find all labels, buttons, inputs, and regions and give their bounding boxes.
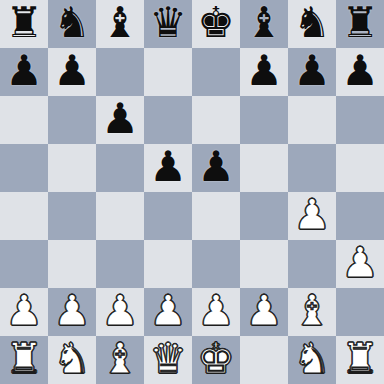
square-c5[interactable] bbox=[96, 144, 144, 192]
square-f3[interactable] bbox=[240, 240, 288, 288]
piece-black-knight[interactable]: ♞ bbox=[53, 0, 91, 47]
square-h2[interactable] bbox=[336, 288, 384, 336]
piece-white-pawn[interactable]: ♟ bbox=[245, 287, 283, 335]
square-h7[interactable]: ♟ bbox=[336, 48, 384, 96]
square-g6[interactable] bbox=[288, 96, 336, 144]
square-b3[interactable] bbox=[48, 240, 96, 288]
square-b1[interactable]: ♞ bbox=[48, 336, 96, 384]
piece-black-pawn[interactable]: ♟ bbox=[5, 47, 43, 95]
square-d5[interactable]: ♟ bbox=[144, 144, 192, 192]
square-g1[interactable]: ♞ bbox=[288, 336, 336, 384]
piece-white-rook[interactable]: ♜ bbox=[5, 335, 43, 383]
square-e3[interactable] bbox=[192, 240, 240, 288]
square-d1[interactable]: ♛ bbox=[144, 336, 192, 384]
piece-white-knight[interactable]: ♞ bbox=[53, 335, 91, 383]
square-e5[interactable]: ♟ bbox=[192, 144, 240, 192]
piece-white-rook[interactable]: ♜ bbox=[341, 335, 379, 383]
square-d2[interactable]: ♟ bbox=[144, 288, 192, 336]
square-e6[interactable] bbox=[192, 96, 240, 144]
piece-white-bishop[interactable]: ♝ bbox=[293, 287, 331, 335]
square-e1[interactable]: ♚ bbox=[192, 336, 240, 384]
square-g2[interactable]: ♝ bbox=[288, 288, 336, 336]
square-f4[interactable] bbox=[240, 192, 288, 240]
piece-black-pawn[interactable]: ♟ bbox=[197, 143, 235, 191]
square-a1[interactable]: ♜ bbox=[0, 336, 48, 384]
piece-white-queen[interactable]: ♛ bbox=[149, 335, 187, 383]
piece-black-pawn[interactable]: ♟ bbox=[149, 143, 187, 191]
square-a2[interactable]: ♟ bbox=[0, 288, 48, 336]
square-g7[interactable]: ♟ bbox=[288, 48, 336, 96]
piece-black-pawn[interactable]: ♟ bbox=[341, 47, 379, 95]
square-g5[interactable] bbox=[288, 144, 336, 192]
square-c3[interactable] bbox=[96, 240, 144, 288]
square-g4[interactable]: ♟ bbox=[288, 192, 336, 240]
square-e2[interactable]: ♟ bbox=[192, 288, 240, 336]
square-a5[interactable] bbox=[0, 144, 48, 192]
square-f1[interactable] bbox=[240, 336, 288, 384]
piece-white-pawn[interactable]: ♟ bbox=[341, 239, 379, 287]
piece-black-pawn[interactable]: ♟ bbox=[53, 47, 91, 95]
square-h8[interactable]: ♜ bbox=[336, 0, 384, 48]
square-f6[interactable] bbox=[240, 96, 288, 144]
square-d6[interactable] bbox=[144, 96, 192, 144]
square-h4[interactable] bbox=[336, 192, 384, 240]
square-d4[interactable] bbox=[144, 192, 192, 240]
square-e8[interactable]: ♚ bbox=[192, 0, 240, 48]
square-a7[interactable]: ♟ bbox=[0, 48, 48, 96]
piece-white-pawn[interactable]: ♟ bbox=[101, 287, 139, 335]
square-f5[interactable] bbox=[240, 144, 288, 192]
piece-black-bishop[interactable]: ♝ bbox=[101, 0, 139, 47]
square-a8[interactable]: ♜ bbox=[0, 0, 48, 48]
piece-white-knight[interactable]: ♞ bbox=[293, 335, 331, 383]
square-h3[interactable]: ♟ bbox=[336, 240, 384, 288]
square-b6[interactable] bbox=[48, 96, 96, 144]
square-c6[interactable]: ♟ bbox=[96, 96, 144, 144]
square-f7[interactable]: ♟ bbox=[240, 48, 288, 96]
square-e4[interactable] bbox=[192, 192, 240, 240]
square-a6[interactable] bbox=[0, 96, 48, 144]
piece-black-pawn[interactable]: ♟ bbox=[245, 47, 283, 95]
square-b2[interactable]: ♟ bbox=[48, 288, 96, 336]
piece-black-knight[interactable]: ♞ bbox=[293, 0, 331, 47]
square-c7[interactable] bbox=[96, 48, 144, 96]
piece-black-bishop[interactable]: ♝ bbox=[245, 0, 283, 47]
piece-black-rook[interactable]: ♜ bbox=[5, 0, 43, 47]
piece-white-bishop[interactable]: ♝ bbox=[101, 335, 139, 383]
square-b5[interactable] bbox=[48, 144, 96, 192]
piece-black-pawn[interactable]: ♟ bbox=[293, 47, 331, 95]
chess-board: ♜♞♝♛♚♝♞♜♟♟♟♟♟♟♟♟♟♟♟♟♟♟♟♟♝♜♞♝♛♚♞♜ bbox=[0, 0, 384, 384]
square-g3[interactable] bbox=[288, 240, 336, 288]
piece-white-pawn[interactable]: ♟ bbox=[293, 191, 331, 239]
square-h1[interactable]: ♜ bbox=[336, 336, 384, 384]
square-a4[interactable] bbox=[0, 192, 48, 240]
square-e7[interactable] bbox=[192, 48, 240, 96]
square-g8[interactable]: ♞ bbox=[288, 0, 336, 48]
square-h5[interactable] bbox=[336, 144, 384, 192]
square-c1[interactable]: ♝ bbox=[96, 336, 144, 384]
piece-white-king[interactable]: ♚ bbox=[197, 335, 235, 383]
piece-white-pawn[interactable]: ♟ bbox=[149, 287, 187, 335]
square-c8[interactable]: ♝ bbox=[96, 0, 144, 48]
piece-black-queen[interactable]: ♛ bbox=[149, 0, 187, 47]
square-b4[interactable] bbox=[48, 192, 96, 240]
square-c2[interactable]: ♟ bbox=[96, 288, 144, 336]
piece-white-pawn[interactable]: ♟ bbox=[5, 287, 43, 335]
piece-black-rook[interactable]: ♜ bbox=[341, 0, 379, 47]
square-b8[interactable]: ♞ bbox=[48, 0, 96, 48]
square-h6[interactable] bbox=[336, 96, 384, 144]
square-d7[interactable] bbox=[144, 48, 192, 96]
piece-white-pawn[interactable]: ♟ bbox=[197, 287, 235, 335]
square-d8[interactable]: ♛ bbox=[144, 0, 192, 48]
square-f2[interactable]: ♟ bbox=[240, 288, 288, 336]
square-d3[interactable] bbox=[144, 240, 192, 288]
square-c4[interactable] bbox=[96, 192, 144, 240]
square-f8[interactable]: ♝ bbox=[240, 0, 288, 48]
piece-black-pawn[interactable]: ♟ bbox=[101, 95, 139, 143]
piece-white-pawn[interactable]: ♟ bbox=[53, 287, 91, 335]
square-b7[interactable]: ♟ bbox=[48, 48, 96, 96]
square-a3[interactable] bbox=[0, 240, 48, 288]
piece-black-king[interactable]: ♚ bbox=[197, 0, 235, 47]
